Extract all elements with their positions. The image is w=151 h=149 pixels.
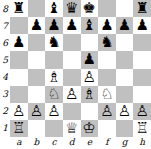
piece-black-pawn: ♟ bbox=[83, 52, 96, 67]
piece-white-bishop: ♗ bbox=[47, 70, 60, 85]
piece-black-knight: ♞ bbox=[100, 35, 113, 50]
piece-black-rook: ♜ bbox=[12, 1, 25, 16]
file-label-b: b bbox=[28, 137, 46, 149]
square-a8[interactable]: ♜ bbox=[10, 0, 28, 17]
square-e1[interactable]: ♔ bbox=[81, 120, 99, 137]
square-f2[interactable]: ♙ bbox=[98, 103, 116, 120]
square-f7[interactable]: ♟ bbox=[98, 17, 116, 34]
piece-black-pawn: ♟ bbox=[65, 18, 78, 33]
square-b1[interactable] bbox=[28, 120, 46, 137]
square-b5[interactable] bbox=[28, 51, 46, 68]
chess-board: ♜♝♛♚♜♟♟♟♝♟♟♟♟♞♞♟♗♙♘♙♗♘♙♙♙♙♙♙♖♕♔♖ bbox=[10, 0, 151, 137]
square-f4[interactable] bbox=[98, 69, 116, 86]
square-e3[interactable]: ♗ bbox=[81, 86, 99, 103]
square-e8[interactable]: ♚ bbox=[81, 0, 99, 17]
square-c7[interactable]: ♟ bbox=[45, 17, 63, 34]
square-e4[interactable]: ♙ bbox=[81, 69, 99, 86]
square-c8[interactable]: ♝ bbox=[45, 0, 63, 17]
file-label-e: e bbox=[81, 137, 99, 149]
square-h6[interactable] bbox=[133, 34, 151, 51]
square-d2[interactable] bbox=[63, 103, 81, 120]
square-c5[interactable] bbox=[45, 51, 63, 68]
rank-label-1: 1 bbox=[0, 120, 10, 137]
square-b6[interactable] bbox=[28, 34, 46, 51]
piece-white-knight: ♘ bbox=[47, 87, 60, 102]
square-f6[interactable]: ♞ bbox=[98, 34, 116, 51]
square-f1[interactable] bbox=[98, 120, 116, 137]
square-d1[interactable]: ♕ bbox=[63, 120, 81, 137]
square-g7[interactable]: ♟ bbox=[116, 17, 134, 34]
rank-label-5: 5 bbox=[0, 51, 10, 68]
square-e7[interactable]: ♝ bbox=[81, 17, 99, 34]
piece-black-pawn: ♟ bbox=[30, 18, 43, 33]
piece-black-pawn: ♟ bbox=[12, 35, 25, 50]
square-g8[interactable] bbox=[116, 0, 134, 17]
square-f8[interactable] bbox=[98, 0, 116, 17]
file-label-c: c bbox=[45, 137, 63, 149]
rank-labels: 87654321 bbox=[0, 0, 10, 137]
rank-label-8: 8 bbox=[0, 0, 10, 17]
piece-white-pawn: ♙ bbox=[30, 104, 43, 119]
piece-black-pawn: ♟ bbox=[100, 18, 113, 33]
square-f3[interactable]: ♘ bbox=[98, 86, 116, 103]
square-a6[interactable]: ♟ bbox=[10, 34, 28, 51]
piece-white-pawn: ♙ bbox=[135, 104, 148, 119]
square-a1[interactable]: ♖ bbox=[10, 120, 28, 137]
rank-label-4: 4 bbox=[0, 69, 10, 86]
piece-white-pawn: ♙ bbox=[47, 104, 60, 119]
file-label-g: g bbox=[116, 137, 134, 149]
piece-white-rook: ♖ bbox=[12, 121, 25, 136]
square-g6[interactable] bbox=[116, 34, 134, 51]
square-a3[interactable] bbox=[10, 86, 28, 103]
square-d3[interactable]: ♙ bbox=[63, 86, 81, 103]
piece-white-pawn: ♙ bbox=[65, 87, 78, 102]
piece-black-pawn: ♟ bbox=[118, 18, 131, 33]
file-label-d: d bbox=[63, 137, 81, 149]
piece-white-pawn: ♙ bbox=[118, 104, 131, 119]
square-c3[interactable]: ♘ bbox=[45, 86, 63, 103]
square-a7[interactable] bbox=[10, 17, 28, 34]
piece-black-knight: ♞ bbox=[47, 35, 60, 50]
piece-white-pawn: ♙ bbox=[100, 104, 113, 119]
piece-black-bishop: ♝ bbox=[47, 1, 60, 16]
piece-white-king: ♔ bbox=[83, 121, 96, 136]
square-e6[interactable] bbox=[81, 34, 99, 51]
square-e5[interactable]: ♟ bbox=[81, 51, 99, 68]
piece-white-pawn: ♙ bbox=[12, 104, 25, 119]
square-b7[interactable]: ♟ bbox=[28, 17, 46, 34]
file-labels: abcdefgh bbox=[10, 137, 151, 149]
square-c6[interactable]: ♞ bbox=[45, 34, 63, 51]
square-d4[interactable] bbox=[63, 69, 81, 86]
square-g1[interactable] bbox=[116, 120, 134, 137]
piece-white-pawn: ♙ bbox=[83, 70, 96, 85]
square-f5[interactable] bbox=[98, 51, 116, 68]
square-b8[interactable] bbox=[28, 0, 46, 17]
square-h3[interactable] bbox=[133, 86, 151, 103]
square-b3[interactable] bbox=[28, 86, 46, 103]
piece-black-pawn: ♟ bbox=[135, 18, 148, 33]
square-c2[interactable]: ♙ bbox=[45, 103, 63, 120]
piece-black-rook: ♜ bbox=[135, 1, 148, 16]
square-g3[interactable] bbox=[116, 86, 134, 103]
file-label-a: a bbox=[10, 137, 28, 149]
square-g5[interactable] bbox=[116, 51, 134, 68]
square-d7[interactable]: ♟ bbox=[63, 17, 81, 34]
square-h2[interactable]: ♙ bbox=[133, 103, 151, 120]
square-h5[interactable] bbox=[133, 51, 151, 68]
square-d8[interactable]: ♛ bbox=[63, 0, 81, 17]
square-d5[interactable] bbox=[63, 51, 81, 68]
file-label-h: h bbox=[133, 137, 151, 149]
square-c1[interactable] bbox=[45, 120, 63, 137]
piece-black-queen: ♛ bbox=[65, 1, 78, 16]
square-h8[interactable]: ♜ bbox=[133, 0, 151, 17]
corner-spacer bbox=[0, 137, 10, 149]
piece-white-queen: ♕ bbox=[65, 121, 78, 136]
file-label-f: f bbox=[98, 137, 116, 149]
chess-diagram: 87654321 ♜♝♛♚♜♟♟♟♝♟♟♟♟♞♞♟♗♙♘♙♗♘♙♙♙♙♙♙♖♕♔… bbox=[0, 0, 151, 149]
piece-black-king: ♚ bbox=[83, 1, 96, 16]
square-d6[interactable] bbox=[63, 34, 81, 51]
rank-label-2: 2 bbox=[0, 103, 10, 120]
piece-black-pawn: ♟ bbox=[47, 18, 60, 33]
square-b2[interactable]: ♙ bbox=[28, 103, 46, 120]
square-e2[interactable] bbox=[81, 103, 99, 120]
rank-label-3: 3 bbox=[0, 86, 10, 103]
piece-white-bishop: ♗ bbox=[83, 87, 96, 102]
rank-label-7: 7 bbox=[0, 17, 10, 34]
square-h1[interactable]: ♖ bbox=[133, 120, 151, 137]
rank-label-6: 6 bbox=[0, 34, 10, 51]
square-a2[interactable]: ♙ bbox=[10, 103, 28, 120]
piece-white-rook: ♖ bbox=[135, 121, 148, 136]
square-c4[interactable]: ♗ bbox=[45, 69, 63, 86]
square-a4[interactable] bbox=[10, 69, 28, 86]
square-h4[interactable] bbox=[133, 69, 151, 86]
square-a5[interactable] bbox=[10, 51, 28, 68]
square-h7[interactable]: ♟ bbox=[133, 17, 151, 34]
square-g4[interactable] bbox=[116, 69, 134, 86]
square-b4[interactable] bbox=[28, 69, 46, 86]
piece-white-knight: ♘ bbox=[100, 87, 113, 102]
square-g2[interactable]: ♙ bbox=[116, 103, 134, 120]
piece-black-bishop: ♝ bbox=[83, 18, 96, 33]
